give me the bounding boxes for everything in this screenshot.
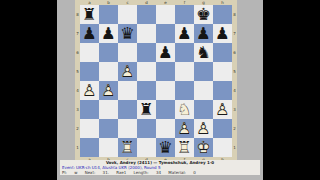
square-c3[interactable]	[118, 100, 137, 119]
square-c7[interactable]: ♛	[118, 24, 137, 43]
coord-label: 7	[232, 24, 237, 43]
square-e8[interactable]	[156, 5, 175, 24]
square-g4[interactable]	[194, 81, 213, 100]
square-b7[interactable]: ♟	[99, 24, 118, 43]
coord-label: 1	[232, 138, 237, 157]
square-c5[interactable]: ♟♙	[118, 62, 137, 81]
square-a7[interactable]: ♟	[80, 24, 99, 43]
square-e2[interactable]	[156, 119, 175, 138]
black-pawn-icon: ♟	[99, 24, 118, 43]
square-f7[interactable]: ♟	[175, 24, 194, 43]
game-details-line: Pl: w Next: 31. Rxe1 Length: 34 Material…	[60, 170, 260, 175]
white-pawn-icon: ♟♙	[194, 119, 213, 138]
chess-board: ♜♚♟♟♛♟♟♟♟♞♟♙♟♙♟♙♜♞♘♟♙♟♙♟♙♜♖♛♜♖♚♔	[80, 5, 232, 157]
black-pawn-icon: ♟	[80, 24, 99, 43]
coord-label: 6	[232, 43, 237, 62]
square-c6[interactable]	[118, 43, 137, 62]
square-b2[interactable]	[99, 119, 118, 138]
black-rook-icon: ♜	[80, 5, 99, 24]
coord-label: 2	[232, 119, 237, 138]
white-rook-icon: ♜♖	[175, 138, 194, 157]
coord-label: 5	[232, 62, 237, 81]
square-g2[interactable]: ♟♙	[194, 119, 213, 138]
coord-label: 3	[232, 100, 237, 119]
square-c2[interactable]	[118, 119, 137, 138]
square-b1[interactable]	[99, 138, 118, 157]
square-c1[interactable]: ♜♖	[118, 138, 137, 157]
rank-labels-right: 87654321	[232, 5, 237, 157]
square-a4[interactable]: ♟♙	[80, 81, 99, 100]
square-f3[interactable]: ♞♘	[175, 100, 194, 119]
square-h2[interactable]	[213, 119, 232, 138]
square-a8[interactable]: ♜	[80, 5, 99, 24]
square-d4[interactable]	[137, 81, 156, 100]
square-a1[interactable]	[80, 138, 99, 157]
letterbox-bar-left	[0, 0, 57, 180]
white-king-icon: ♚♔	[194, 138, 213, 157]
video-frame: abcdefgh abcdefgh 87654321 87654321 ♜♚♟♟…	[57, 0, 263, 180]
square-e6[interactable]: ♟	[156, 43, 175, 62]
square-b5[interactable]	[99, 62, 118, 81]
square-a3[interactable]	[80, 100, 99, 119]
game-info-panel: Vovk, Andrey (2411) — Tymoshchuk, Andrey…	[60, 160, 260, 175]
white-rook-icon: ♜♖	[118, 138, 137, 157]
square-h1[interactable]	[213, 138, 232, 157]
white-pawn-icon: ♟♙	[99, 81, 118, 100]
square-h3[interactable]: ♟♙	[213, 100, 232, 119]
black-pawn-icon: ♟	[175, 24, 194, 43]
white-pawn-icon: ♟♙	[80, 81, 99, 100]
square-e7[interactable]	[156, 24, 175, 43]
square-c4[interactable]	[118, 81, 137, 100]
square-d1[interactable]	[137, 138, 156, 157]
square-a2[interactable]	[80, 119, 99, 138]
chess-board-frame: abcdefgh abcdefgh 87654321 87654321 ♜♚♟♟…	[75, 0, 237, 162]
square-d8[interactable]	[137, 5, 156, 24]
square-e5[interactable]	[156, 62, 175, 81]
square-g3[interactable]	[194, 100, 213, 119]
square-a6[interactable]	[80, 43, 99, 62]
coord-label: 4	[232, 81, 237, 100]
square-f6[interactable]	[175, 43, 194, 62]
square-h5[interactable]	[213, 62, 232, 81]
square-c8[interactable]	[118, 5, 137, 24]
square-g5[interactable]	[194, 62, 213, 81]
square-f2[interactable]: ♟♙	[175, 119, 194, 138]
square-a5[interactable]	[80, 62, 99, 81]
white-pawn-icon: ♟♙	[175, 119, 194, 138]
black-pawn-icon: ♟	[213, 24, 232, 43]
square-h8[interactable]	[213, 5, 232, 24]
square-d5[interactable]	[137, 62, 156, 81]
white-pawn-icon: ♟♙	[118, 62, 137, 81]
black-rook-icon: ♜	[137, 100, 156, 119]
square-d3[interactable]: ♜	[137, 100, 156, 119]
black-knight-icon: ♞	[194, 43, 213, 62]
square-b4[interactable]: ♟♙	[99, 81, 118, 100]
square-h4[interactable]	[213, 81, 232, 100]
square-g8[interactable]: ♚	[194, 5, 213, 24]
square-b3[interactable]	[99, 100, 118, 119]
square-g6[interactable]: ♞	[194, 43, 213, 62]
square-g1[interactable]: ♚♔	[194, 138, 213, 157]
square-d2[interactable]	[137, 119, 156, 138]
black-pawn-icon: ♟	[156, 43, 175, 62]
square-e4[interactable]	[156, 81, 175, 100]
square-b8[interactable]	[99, 5, 118, 24]
letterbox-bar-right	[263, 0, 320, 180]
square-f8[interactable]	[175, 5, 194, 24]
white-pawn-icon: ♟♙	[213, 100, 232, 119]
square-e3[interactable]	[156, 100, 175, 119]
black-queen-icon: ♛	[156, 138, 175, 157]
square-b6[interactable]	[99, 43, 118, 62]
square-h7[interactable]: ♟	[213, 24, 232, 43]
square-h6[interactable]	[213, 43, 232, 62]
black-king-icon: ♚	[194, 5, 213, 24]
square-d7[interactable]	[137, 24, 156, 43]
square-f5[interactable]	[175, 62, 194, 81]
square-e1[interactable]: ♛	[156, 138, 175, 157]
white-knight-icon: ♞♘	[175, 100, 194, 119]
square-d6[interactable]	[137, 43, 156, 62]
square-f1[interactable]: ♜♖	[175, 138, 194, 157]
black-queen-icon: ♛	[118, 24, 137, 43]
coord-label: 8	[232, 5, 237, 24]
square-f4[interactable]	[175, 81, 194, 100]
black-pawn-icon: ♟	[194, 24, 213, 43]
square-g7[interactable]: ♟	[194, 24, 213, 43]
